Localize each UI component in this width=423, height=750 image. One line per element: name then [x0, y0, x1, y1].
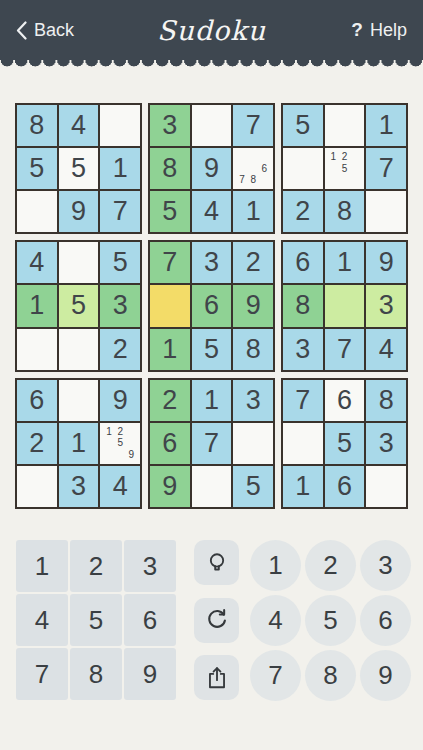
cell-r5c3[interactable]: 3 — [100, 285, 140, 326]
cell-r3c8[interactable]: 8 — [325, 191, 365, 232]
cell-r3c6[interactable]: 1 — [233, 191, 273, 232]
cell-r9c7[interactable]: 1 — [283, 466, 323, 507]
cell-r4c2[interactable] — [59, 242, 99, 283]
cell-r6c1[interactable] — [17, 329, 57, 370]
right-key-1[interactable]: 1 — [250, 540, 301, 591]
cell-r6c4[interactable]: 1 — [150, 329, 190, 370]
cell-r7c6[interactable]: 3 — [233, 380, 273, 421]
left-key-5[interactable]: 5 — [70, 594, 122, 646]
cell-r6c7[interactable]: 3 — [283, 329, 323, 370]
right-key-5[interactable]: 5 — [305, 595, 356, 646]
cell-r7c5[interactable]: 1 — [192, 380, 232, 421]
header-scalloped-edge — [0, 60, 423, 69]
cell-r8c6[interactable] — [233, 423, 273, 464]
cell-r9c8[interactable]: 6 — [325, 466, 365, 507]
restart-button[interactable] — [194, 598, 239, 643]
pencil-marks-r2c8: 125 — [325, 148, 365, 189]
left-key-3[interactable]: 3 — [124, 540, 176, 592]
cell-r3c2[interactable]: 9 — [59, 191, 99, 232]
cell-r1c2[interactable]: 4 — [59, 105, 99, 146]
cell-r3c7[interactable]: 2 — [283, 191, 323, 232]
cell-r3c3[interactable]: 7 — [100, 191, 140, 232]
cell-r9c4[interactable]: 9 — [150, 466, 190, 507]
left-key-6[interactable]: 6 — [124, 594, 176, 646]
right-key-3[interactable]: 3 — [360, 540, 411, 591]
right-key-9[interactable]: 9 — [360, 650, 411, 701]
cell-r8c2[interactable]: 1 — [59, 423, 99, 464]
cell-r2c9[interactable]: 7 — [366, 148, 406, 189]
back-chevron-icon — [16, 21, 27, 40]
cell-r7c8[interactable]: 6 — [325, 380, 365, 421]
sudoku-box-3: 51125728 — [281, 103, 408, 234]
sudoku-box-5: 73269158 — [148, 240, 275, 371]
cell-r5c5[interactable]: 6 — [192, 285, 232, 326]
cell-r8c3[interactable]: 1259 — [100, 423, 140, 464]
cell-r7c7[interactable]: 7 — [283, 380, 323, 421]
cell-r2c7[interactable] — [283, 148, 323, 189]
left-key-2[interactable]: 2 — [70, 540, 122, 592]
cell-r4c7[interactable]: 6 — [283, 242, 323, 283]
sudoku-box-4: 451532 — [15, 240, 142, 371]
restart-arrow-icon — [204, 607, 230, 633]
cell-r9c2[interactable]: 3 — [59, 466, 99, 507]
cell-r5c9[interactable]: 3 — [366, 285, 406, 326]
cell-r2c2[interactable]: 5 — [59, 148, 99, 189]
help-button[interactable]: ? Help — [351, 19, 407, 41]
toolbar — [194, 540, 239, 700]
question-mark-icon: ? — [351, 19, 363, 41]
cell-r6c5[interactable]: 5 — [192, 329, 232, 370]
cell-r9c1[interactable] — [17, 466, 57, 507]
cell-r5c8[interactable] — [325, 285, 365, 326]
lightbulb-icon — [204, 550, 230, 576]
sudoku-box-2: 3789678541 — [148, 103, 275, 234]
cell-r2c8[interactable]: 125 — [325, 148, 365, 189]
app-screen: Back Sudoku ? Help 845519737896785415112… — [0, 0, 423, 750]
cell-r4c3[interactable]: 5 — [100, 242, 140, 283]
cell-r9c3[interactable]: 4 — [100, 466, 140, 507]
sudoku-box-8: 2136795 — [148, 378, 275, 509]
cell-r7c2[interactable] — [59, 380, 99, 421]
cell-r7c3[interactable]: 9 — [100, 380, 140, 421]
cell-r2c4[interactable]: 8 — [150, 148, 190, 189]
cell-r6c2[interactable] — [59, 329, 99, 370]
left-key-1[interactable]: 1 — [16, 540, 68, 592]
share-button[interactable] — [194, 655, 239, 700]
cell-r2c3[interactable]: 1 — [100, 148, 140, 189]
cell-r1c4[interactable]: 3 — [150, 105, 190, 146]
sudoku-box-7: 6921125934 — [15, 378, 142, 509]
cell-r3c5[interactable]: 4 — [192, 191, 232, 232]
sudoku-box-6: 61983374 — [281, 240, 408, 371]
cell-r5c7[interactable]: 8 — [283, 285, 323, 326]
cell-r6c9[interactable]: 4 — [366, 329, 406, 370]
left-key-4[interactable]: 4 — [16, 594, 68, 646]
cell-r4c6[interactable]: 2 — [233, 242, 273, 283]
cell-r1c7[interactable]: 5 — [283, 105, 323, 146]
cell-r7c4[interactable]: 2 — [150, 380, 190, 421]
right-key-4[interactable]: 4 — [250, 595, 301, 646]
pencil-marks-r2c6: 678 — [233, 148, 273, 189]
cell-r8c1[interactable]: 2 — [17, 423, 57, 464]
hint-button[interactable] — [194, 540, 239, 585]
cell-r2c6[interactable]: 678 — [233, 148, 273, 189]
cell-r5c1[interactable]: 1 — [17, 285, 57, 326]
cell-r3c4[interactable]: 5 — [150, 191, 190, 232]
cell-r8c5[interactable]: 7 — [192, 423, 232, 464]
header: Back Sudoku ? Help — [0, 0, 423, 60]
numpad-right: 123456789 — [250, 540, 411, 701]
back-button[interactable]: Back — [16, 20, 74, 41]
cell-r4c4[interactable]: 7 — [150, 242, 190, 283]
sudoku-box-1: 8455197 — [15, 103, 142, 234]
left-key-8[interactable]: 8 — [70, 648, 122, 700]
cell-r9c9[interactable] — [366, 466, 406, 507]
cell-r7c1[interactable]: 6 — [17, 380, 57, 421]
numpad-left: 123456789 — [16, 540, 176, 700]
left-key-9[interactable]: 9 — [124, 648, 176, 700]
cell-r1c3[interactable] — [100, 105, 140, 146]
cell-r4c5[interactable]: 3 — [192, 242, 232, 283]
sudoku-box-9: 7685316 — [281, 378, 408, 509]
right-key-7[interactable]: 7 — [250, 650, 301, 701]
cell-r5c4[interactable] — [150, 285, 190, 326]
cell-r4c1[interactable]: 4 — [17, 242, 57, 283]
cell-r1c1[interactable]: 8 — [17, 105, 57, 146]
pencil-marks-r8c3: 1259 — [100, 423, 140, 464]
cell-r5c2[interactable]: 5 — [59, 285, 99, 326]
cell-r4c9[interactable]: 9 — [366, 242, 406, 283]
cell-r1c8[interactable] — [325, 105, 365, 146]
back-label: Back — [34, 20, 74, 41]
cell-r3c1[interactable] — [17, 191, 57, 232]
cell-r3c9[interactable] — [366, 191, 406, 232]
cell-r8c8[interactable]: 5 — [325, 423, 365, 464]
help-label: Help — [370, 20, 407, 41]
cell-r8c7[interactable] — [283, 423, 323, 464]
cell-r9c5[interactable] — [192, 466, 232, 507]
cell-r2c1[interactable]: 5 — [17, 148, 57, 189]
cell-r6c3[interactable]: 2 — [100, 329, 140, 370]
cell-r7c9[interactable]: 8 — [366, 380, 406, 421]
cell-r2c5[interactable]: 9 — [192, 148, 232, 189]
cell-r6c8[interactable]: 7 — [325, 329, 365, 370]
cell-r8c4[interactable]: 6 — [150, 423, 190, 464]
cell-r1c6[interactable]: 7 — [233, 105, 273, 146]
cell-r5c6[interactable]: 9 — [233, 285, 273, 326]
left-key-7[interactable]: 7 — [16, 648, 68, 700]
cell-r6c6[interactable]: 8 — [233, 329, 273, 370]
share-icon — [204, 665, 230, 691]
controls: 123456789 1 — [16, 540, 423, 701]
right-key-6[interactable]: 6 — [360, 595, 411, 646]
cell-r1c5[interactable] — [192, 105, 232, 146]
cell-r8c9[interactable]: 3 — [366, 423, 406, 464]
right-key-2[interactable]: 2 — [305, 540, 356, 591]
cell-r9c6[interactable]: 5 — [233, 466, 273, 507]
cell-r1c9[interactable]: 1 — [366, 105, 406, 146]
cell-r4c8[interactable]: 1 — [325, 242, 365, 283]
sudoku-board: 8455197378967854151125728451532732691586… — [15, 103, 408, 509]
right-key-8[interactable]: 8 — [305, 650, 356, 701]
